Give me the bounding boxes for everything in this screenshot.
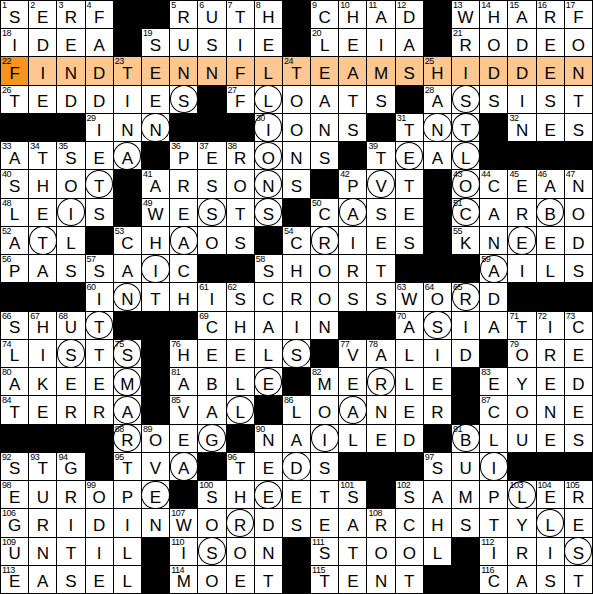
cell-r7c7[interactable]: R xyxy=(170,170,197,197)
cell-r17c10[interactable]: E xyxy=(255,453,282,480)
cell-r12c3[interactable]: 68U xyxy=(57,312,84,339)
cell-r3c10[interactable]: L xyxy=(255,57,282,84)
cell-r5c13[interactable]: S xyxy=(339,114,366,141)
cell-r4c6[interactable]: E xyxy=(142,86,169,113)
cell-r1c20[interactable]: 16R xyxy=(537,1,564,28)
cell-r14c21[interactable]: D xyxy=(565,368,592,395)
cell-r14c10[interactable]: E xyxy=(255,368,282,395)
cell-r15c12[interactable]: O xyxy=(311,396,338,423)
cell-r4c4[interactable]: D xyxy=(86,86,113,113)
cell-r12c12[interactable]: N xyxy=(311,312,338,339)
cell-r19c11[interactable]: S xyxy=(283,509,310,536)
cell-r8c17[interactable]: 51C xyxy=(452,199,479,226)
cell-r4c14[interactable]: S xyxy=(367,86,394,113)
cell-r12c15[interactable]: 70A xyxy=(396,312,423,339)
cell-r7c15[interactable]: T xyxy=(396,170,423,197)
cell-r20c1[interactable]: 109U xyxy=(1,538,28,565)
cell-r20c21[interactable]: S xyxy=(565,538,592,565)
cell-r7c3[interactable]: O xyxy=(57,170,84,197)
cell-r7c10[interactable]: N xyxy=(255,170,282,197)
cell-r3c4[interactable]: D xyxy=(86,57,113,84)
cell-r8c20[interactable]: B xyxy=(537,199,564,226)
cell-r4c19[interactable]: I xyxy=(508,86,535,113)
cell-r1c2[interactable]: 2E xyxy=(29,1,56,28)
cell-r19c21[interactable]: E xyxy=(565,509,592,536)
cell-r10c12[interactable]: O xyxy=(311,255,338,282)
cell-r8c12[interactable]: 50C xyxy=(311,199,338,226)
cell-r18c5[interactable]: P xyxy=(114,481,141,508)
cell-r13c11[interactable]: S xyxy=(283,340,310,367)
cell-r3c7[interactable]: N xyxy=(170,57,197,84)
cell-r3c13[interactable]: A xyxy=(339,57,366,84)
cell-r1c17[interactable]: 13W xyxy=(452,1,479,28)
cell-r14c19[interactable]: Y xyxy=(508,368,535,395)
cell-r6c8[interactable]: 37E xyxy=(198,142,225,169)
cell-r9c15[interactable]: S xyxy=(396,227,423,254)
cell-r10c5[interactable]: A xyxy=(114,255,141,282)
cell-r13c7[interactable]: 76H xyxy=(170,340,197,367)
cell-r3c3[interactable]: N xyxy=(57,57,84,84)
cell-r2c12[interactable]: 20L xyxy=(311,29,338,56)
cell-r3c11[interactable]: 24T xyxy=(283,57,310,84)
cell-r14c3[interactable]: E xyxy=(57,368,84,395)
cell-r9c12[interactable]: R xyxy=(311,227,338,254)
cell-r14c13[interactable]: E xyxy=(339,368,366,395)
cell-r8c18[interactable]: A xyxy=(480,199,507,226)
cell-r4c9[interactable]: 27F xyxy=(227,86,254,113)
cell-r2c10[interactable]: E xyxy=(255,29,282,56)
cell-r3c2[interactable]: I xyxy=(29,57,56,84)
cell-r9c13[interactable]: I xyxy=(339,227,366,254)
cell-r15c14[interactable]: N xyxy=(367,396,394,423)
cell-r16c21[interactable]: S xyxy=(565,425,592,452)
cell-r9c18[interactable]: N xyxy=(480,227,507,254)
cell-r5c6[interactable]: N xyxy=(142,114,169,141)
cell-r8c2[interactable]: E xyxy=(29,199,56,226)
cell-r20c15[interactable]: O xyxy=(396,538,423,565)
cell-r5c11[interactable]: O xyxy=(283,114,310,141)
cell-r21c2[interactable]: A xyxy=(29,566,56,593)
cell-r9c3[interactable]: L xyxy=(57,227,84,254)
cell-r2c2[interactable]: D xyxy=(29,29,56,56)
cell-r10c7[interactable]: C xyxy=(170,255,197,282)
cell-r13c2[interactable]: I xyxy=(29,340,56,367)
cell-r19c2[interactable]: R xyxy=(29,509,56,536)
cell-r7c21[interactable]: 47N xyxy=(565,170,592,197)
cell-r17c5[interactable]: 95T xyxy=(114,453,141,480)
cell-r5c19[interactable]: 32N xyxy=(508,114,535,141)
cell-r8c9[interactable]: T xyxy=(227,199,254,226)
cell-r9c8[interactable]: O xyxy=(198,227,225,254)
cell-r14c18[interactable]: 83E xyxy=(480,368,507,395)
cell-r19c18[interactable]: T xyxy=(480,509,507,536)
cell-r10c1[interactable]: 56P xyxy=(1,255,28,282)
cell-r10c2[interactable]: A xyxy=(29,255,56,282)
cell-r4c20[interactable]: S xyxy=(537,86,564,113)
cell-r2c17[interactable]: 21R xyxy=(452,29,479,56)
cell-r11c15[interactable]: 63W xyxy=(396,283,423,310)
cell-r12c20[interactable]: 72I xyxy=(537,312,564,339)
cell-r20c14[interactable]: O xyxy=(367,538,394,565)
cell-r19c20[interactable]: L xyxy=(537,509,564,536)
cell-r3c6[interactable]: E xyxy=(142,57,169,84)
cell-r15c13[interactable]: A xyxy=(339,396,366,423)
cell-r19c17[interactable]: S xyxy=(452,509,479,536)
cell-r12c18[interactable]: A xyxy=(480,312,507,339)
cell-r1c12[interactable]: 9C xyxy=(311,1,338,28)
cell-r19c7[interactable]: 107W xyxy=(170,509,197,536)
cell-r8c14[interactable]: S xyxy=(367,199,394,226)
cell-r16c5[interactable]: 88R xyxy=(114,425,141,452)
cell-r2c19[interactable]: D xyxy=(508,29,535,56)
cell-r12c10[interactable]: A xyxy=(255,312,282,339)
cell-r3c18[interactable]: D xyxy=(480,57,507,84)
cell-r21c18[interactable]: 116C xyxy=(480,566,507,593)
cell-r16c20[interactable]: E xyxy=(537,425,564,452)
cell-r18c19[interactable]: 103L xyxy=(508,481,535,508)
cell-r2c21[interactable]: O xyxy=(565,29,592,56)
cell-r7c11[interactable]: S xyxy=(283,170,310,197)
cell-r15c11[interactable]: 86L xyxy=(283,396,310,423)
cell-r3c15[interactable]: S xyxy=(396,57,423,84)
cell-r18c3[interactable]: R xyxy=(57,481,84,508)
cell-r18c13[interactable]: 101S xyxy=(339,481,366,508)
cell-r7c2[interactable]: H xyxy=(29,170,56,197)
cell-r9c21[interactable]: D xyxy=(565,227,592,254)
cell-r18c15[interactable]: 102S xyxy=(396,481,423,508)
cell-r15c21[interactable]: E xyxy=(565,396,592,423)
cell-r1c4[interactable]: 4F xyxy=(86,1,113,28)
cell-r4c2[interactable]: E xyxy=(29,86,56,113)
cell-r11c6[interactable]: T xyxy=(142,283,169,310)
cell-r16c14[interactable]: E xyxy=(367,425,394,452)
cell-r21c20[interactable]: S xyxy=(537,566,564,593)
cell-r14c20[interactable]: E xyxy=(537,368,564,395)
cell-r20c19[interactable]: R xyxy=(508,538,535,565)
cell-r19c1[interactable]: 106G xyxy=(1,509,28,536)
cell-r12c17[interactable]: I xyxy=(452,312,479,339)
cell-r11c4[interactable]: 60I xyxy=(86,283,113,310)
cell-r20c20[interactable]: I xyxy=(537,538,564,565)
cell-r20c2[interactable]: N xyxy=(29,538,56,565)
cell-r4c3[interactable]: D xyxy=(57,86,84,113)
cell-r9c11[interactable]: 54C xyxy=(283,227,310,254)
cell-r9c1[interactable]: 52A xyxy=(1,227,28,254)
cell-r9c19[interactable]: E xyxy=(508,227,535,254)
cell-r2c6[interactable]: 19S xyxy=(142,29,169,56)
cell-r16c10[interactable]: 90N xyxy=(255,425,282,452)
cell-r17c16[interactable]: 97S xyxy=(424,453,451,480)
cell-r14c5[interactable]: M xyxy=(114,368,141,395)
cell-r12c2[interactable]: 67H xyxy=(29,312,56,339)
cell-r20c10[interactable]: N xyxy=(255,538,282,565)
cell-r11c8[interactable]: 61I xyxy=(198,283,225,310)
cell-r16c19[interactable]: U xyxy=(508,425,535,452)
cell-r21c7[interactable]: 114M xyxy=(170,566,197,593)
cell-r1c19[interactable]: 15A xyxy=(508,1,535,28)
cell-r2c14[interactable]: I xyxy=(367,29,394,56)
cell-r7c19[interactable]: 45E xyxy=(508,170,535,197)
cell-r11c18[interactable]: D xyxy=(480,283,507,310)
cell-r6c9[interactable]: 38R xyxy=(227,142,254,169)
cell-r9c9[interactable]: S xyxy=(227,227,254,254)
cell-r9c6[interactable]: H xyxy=(142,227,169,254)
cell-r12c16[interactable]: S xyxy=(424,312,451,339)
cell-r12c19[interactable]: 71T xyxy=(508,312,535,339)
cell-r11c17[interactable]: 65R xyxy=(452,283,479,310)
cell-r18c4[interactable]: 99O xyxy=(86,481,113,508)
cell-r1c13[interactable]: 10H xyxy=(339,1,366,28)
cell-r4c17[interactable]: S xyxy=(452,86,479,113)
cell-r21c14[interactable]: N xyxy=(367,566,394,593)
cell-r15c1[interactable]: 84T xyxy=(1,396,28,423)
cell-r9c7[interactable]: A xyxy=(170,227,197,254)
cell-r8c7[interactable]: E xyxy=(170,199,197,226)
cell-r12c9[interactable]: H xyxy=(227,312,254,339)
cell-r20c5[interactable]: L xyxy=(114,538,141,565)
cell-r17c18[interactable]: I xyxy=(480,453,507,480)
cell-r13c21[interactable]: E xyxy=(565,340,592,367)
cell-r6c2[interactable]: 34T xyxy=(29,142,56,169)
cell-r4c16[interactable]: 28A xyxy=(424,86,451,113)
cell-r10c14[interactable]: T xyxy=(367,255,394,282)
cell-r1c21[interactable]: 17F xyxy=(565,1,592,28)
cell-r1c15[interactable]: 12D xyxy=(396,1,423,28)
cell-r8c19[interactable]: R xyxy=(508,199,535,226)
cell-r1c1[interactable]: 1S xyxy=(1,1,28,28)
cell-r18c18[interactable]: P xyxy=(480,481,507,508)
cell-r3c21[interactable]: N xyxy=(565,57,592,84)
cell-r19c16[interactable]: H xyxy=(424,509,451,536)
cell-r18c2[interactable]: U xyxy=(29,481,56,508)
cell-r19c12[interactable]: E xyxy=(311,509,338,536)
cell-r10c18[interactable]: 59A xyxy=(480,255,507,282)
cell-r10c10[interactable]: 58S xyxy=(255,255,282,282)
cell-r4c1[interactable]: 26T xyxy=(1,86,28,113)
cell-r6c11[interactable]: N xyxy=(283,142,310,169)
cell-r13c19[interactable]: 79O xyxy=(508,340,535,367)
cell-r21c3[interactable]: S xyxy=(57,566,84,593)
cell-r9c17[interactable]: 55K xyxy=(452,227,479,254)
cell-r8c8[interactable]: S xyxy=(198,199,225,226)
cell-r21c13[interactable]: E xyxy=(339,566,366,593)
cell-r17c12[interactable]: S xyxy=(311,453,338,480)
cell-r18c20[interactable]: 104E xyxy=(537,481,564,508)
cell-r3c19[interactable]: D xyxy=(508,57,535,84)
cell-r10c6[interactable]: I xyxy=(142,255,169,282)
cell-r15c8[interactable]: A xyxy=(198,396,225,423)
cell-r15c20[interactable]: N xyxy=(537,396,564,423)
cell-r14c7[interactable]: 81A xyxy=(170,368,197,395)
cell-r11c11[interactable]: R xyxy=(283,283,310,310)
cell-r21c4[interactable]: E xyxy=(86,566,113,593)
cell-r6c1[interactable]: 33A xyxy=(1,142,28,169)
cell-r19c8[interactable]: O xyxy=(198,509,225,536)
cell-r4c10[interactable]: L xyxy=(255,86,282,113)
cell-r13c10[interactable]: L xyxy=(255,340,282,367)
cell-r16c12[interactable]: I xyxy=(311,425,338,452)
cell-r20c7[interactable]: 110I xyxy=(170,538,197,565)
cell-r12c21[interactable]: 73C xyxy=(565,312,592,339)
cell-r15c19[interactable]: O xyxy=(508,396,535,423)
cell-r8c15[interactable]: E xyxy=(396,199,423,226)
cell-r3c12[interactable]: E xyxy=(311,57,338,84)
cell-r4c13[interactable]: T xyxy=(339,86,366,113)
cell-r13c3[interactable]: S xyxy=(57,340,84,367)
cell-r15c18[interactable]: 87C xyxy=(480,396,507,423)
cell-r1c18[interactable]: 14H xyxy=(480,1,507,28)
cell-r2c8[interactable]: S xyxy=(198,29,225,56)
cell-r18c10[interactable]: E xyxy=(255,481,282,508)
cell-r8c10[interactable]: S xyxy=(255,199,282,226)
cell-r15c16[interactable]: R xyxy=(424,396,451,423)
cell-r10c19[interactable]: I xyxy=(508,255,535,282)
cell-r6c14[interactable]: 39T xyxy=(367,142,394,169)
cell-r15c9[interactable]: L xyxy=(227,396,254,423)
cell-r11c5[interactable]: N xyxy=(114,283,141,310)
cell-r15c4[interactable]: R xyxy=(86,396,113,423)
cell-r2c1[interactable]: 18I xyxy=(1,29,28,56)
cell-r7c8[interactable]: S xyxy=(198,170,225,197)
cell-r11c12[interactable]: O xyxy=(311,283,338,310)
cell-r19c6[interactable]: N xyxy=(142,509,169,536)
cell-r13c17[interactable]: D xyxy=(452,340,479,367)
cell-r12c1[interactable]: 66S xyxy=(1,312,28,339)
cell-r12c11[interactable]: I xyxy=(283,312,310,339)
cell-r13c5[interactable]: 75S xyxy=(114,340,141,367)
cell-r11c14[interactable]: S xyxy=(367,283,394,310)
cell-r2c9[interactable]: I xyxy=(227,29,254,56)
cell-r19c15[interactable]: C xyxy=(396,509,423,536)
cell-r18c11[interactable]: E xyxy=(283,481,310,508)
cell-r13c13[interactable]: 77V xyxy=(339,340,366,367)
cell-r1c10[interactable]: 8H xyxy=(255,1,282,28)
cell-r10c21[interactable]: S xyxy=(565,255,592,282)
cell-r19c14[interactable]: 108R xyxy=(367,509,394,536)
cell-r7c6[interactable]: 41A xyxy=(142,170,169,197)
cell-r4c11[interactable]: O xyxy=(283,86,310,113)
cell-r19c9[interactable]: R xyxy=(227,509,254,536)
cell-r21c15[interactable]: T xyxy=(396,566,423,593)
cell-r15c7[interactable]: 85V xyxy=(170,396,197,423)
cell-r17c3[interactable]: 94G xyxy=(57,453,84,480)
cell-r16c13[interactable]: L xyxy=(339,425,366,452)
cell-r9c2[interactable]: T xyxy=(29,227,56,254)
cell-r3c8[interactable]: N xyxy=(198,57,225,84)
cell-r20c9[interactable]: O xyxy=(227,538,254,565)
cell-r5c10[interactable]: 30I xyxy=(255,114,282,141)
cell-r1c8[interactable]: 6U xyxy=(198,1,225,28)
cell-r20c13[interactable]: T xyxy=(339,538,366,565)
cell-r2c20[interactable]: E xyxy=(537,29,564,56)
cell-r6c15[interactable]: E xyxy=(396,142,423,169)
cell-r16c6[interactable]: 89O xyxy=(142,425,169,452)
cell-r3c17[interactable]: I xyxy=(452,57,479,84)
cell-r5c5[interactable]: N xyxy=(114,114,141,141)
cell-r4c7[interactable]: S xyxy=(170,86,197,113)
cell-r13c1[interactable]: 74L xyxy=(1,340,28,367)
cell-r15c2[interactable]: E xyxy=(29,396,56,423)
cell-r16c11[interactable]: A xyxy=(283,425,310,452)
cell-r3c9[interactable]: F xyxy=(227,57,254,84)
cell-r13c9[interactable]: E xyxy=(227,340,254,367)
cell-r5c21[interactable]: S xyxy=(565,114,592,141)
cell-r14c9[interactable]: L xyxy=(227,368,254,395)
cell-r10c4[interactable]: 57S xyxy=(86,255,113,282)
cell-r6c7[interactable]: 36P xyxy=(170,142,197,169)
cell-r4c12[interactable]: A xyxy=(311,86,338,113)
cell-r2c7[interactable]: U xyxy=(170,29,197,56)
cell-r7c13[interactable]: 42P xyxy=(339,170,366,197)
cell-r1c3[interactable]: 3R xyxy=(57,1,84,28)
cell-r4c21[interactable]: T xyxy=(565,86,592,113)
cell-r19c3[interactable]: I xyxy=(57,509,84,536)
cell-r13c4[interactable]: T xyxy=(86,340,113,367)
cell-r8c6[interactable]: 49W xyxy=(142,199,169,226)
cell-r20c8[interactable]: S xyxy=(198,538,225,565)
cell-r5c16[interactable]: N xyxy=(424,114,451,141)
cell-r7c4[interactable]: T xyxy=(86,170,113,197)
cell-r13c20[interactable]: R xyxy=(537,340,564,367)
cell-r14c1[interactable]: 80A xyxy=(1,368,28,395)
cell-r5c4[interactable]: 29I xyxy=(86,114,113,141)
cell-r6c4[interactable]: E xyxy=(86,142,113,169)
cell-r11c7[interactable]: H xyxy=(170,283,197,310)
cell-r21c1[interactable]: 113E xyxy=(1,566,28,593)
cell-r18c21[interactable]: 105R xyxy=(565,481,592,508)
cell-r2c4[interactable]: A xyxy=(86,29,113,56)
cell-r6c17[interactable]: L xyxy=(452,142,479,169)
cell-r7c14[interactable]: V xyxy=(367,170,394,197)
cell-r21c19[interactable]: A xyxy=(508,566,535,593)
cell-r16c7[interactable]: E xyxy=(170,425,197,452)
cell-r14c15[interactable]: L xyxy=(396,368,423,395)
cell-r8c13[interactable]: A xyxy=(339,199,366,226)
cell-r15c3[interactable]: R xyxy=(57,396,84,423)
cell-r3c16[interactable]: 25H xyxy=(424,57,451,84)
cell-r9c20[interactable]: E xyxy=(537,227,564,254)
cell-r6c16[interactable]: A xyxy=(424,142,451,169)
cell-r16c8[interactable]: G xyxy=(198,425,225,452)
cell-r7c18[interactable]: 44C xyxy=(480,170,507,197)
cell-r20c18[interactable]: 112I xyxy=(480,538,507,565)
cell-r13c15[interactable]: L xyxy=(396,340,423,367)
cell-r16c17[interactable]: 91B xyxy=(452,425,479,452)
cell-r19c5[interactable]: I xyxy=(114,509,141,536)
cell-r2c3[interactable]: E xyxy=(57,29,84,56)
cell-r1c14[interactable]: 11A xyxy=(367,1,394,28)
cell-r14c4[interactable]: E xyxy=(86,368,113,395)
cell-r7c17[interactable]: 43O xyxy=(452,170,479,197)
cell-r9c5[interactable]: 53C xyxy=(114,227,141,254)
cell-r18c1[interactable]: 98E xyxy=(1,481,28,508)
cell-r18c6[interactable]: E xyxy=(142,481,169,508)
cell-r4c18[interactable]: S xyxy=(480,86,507,113)
cell-r20c16[interactable]: L xyxy=(424,538,451,565)
cell-r11c10[interactable]: C xyxy=(255,283,282,310)
cell-r21c8[interactable]: O xyxy=(198,566,225,593)
cell-r7c20[interactable]: 46A xyxy=(537,170,564,197)
cell-r1c9[interactable]: 7T xyxy=(227,1,254,28)
cell-r6c10[interactable]: O xyxy=(255,142,282,169)
cell-r2c15[interactable]: A xyxy=(396,29,423,56)
cell-r5c12[interactable]: N xyxy=(311,114,338,141)
cell-r8c21[interactable]: O xyxy=(565,199,592,226)
cell-r21c12[interactable]: 115T xyxy=(311,566,338,593)
cell-r5c15[interactable]: 31T xyxy=(396,114,423,141)
cell-r10c13[interactable]: R xyxy=(339,255,366,282)
cell-r15c15[interactable]: E xyxy=(396,396,423,423)
